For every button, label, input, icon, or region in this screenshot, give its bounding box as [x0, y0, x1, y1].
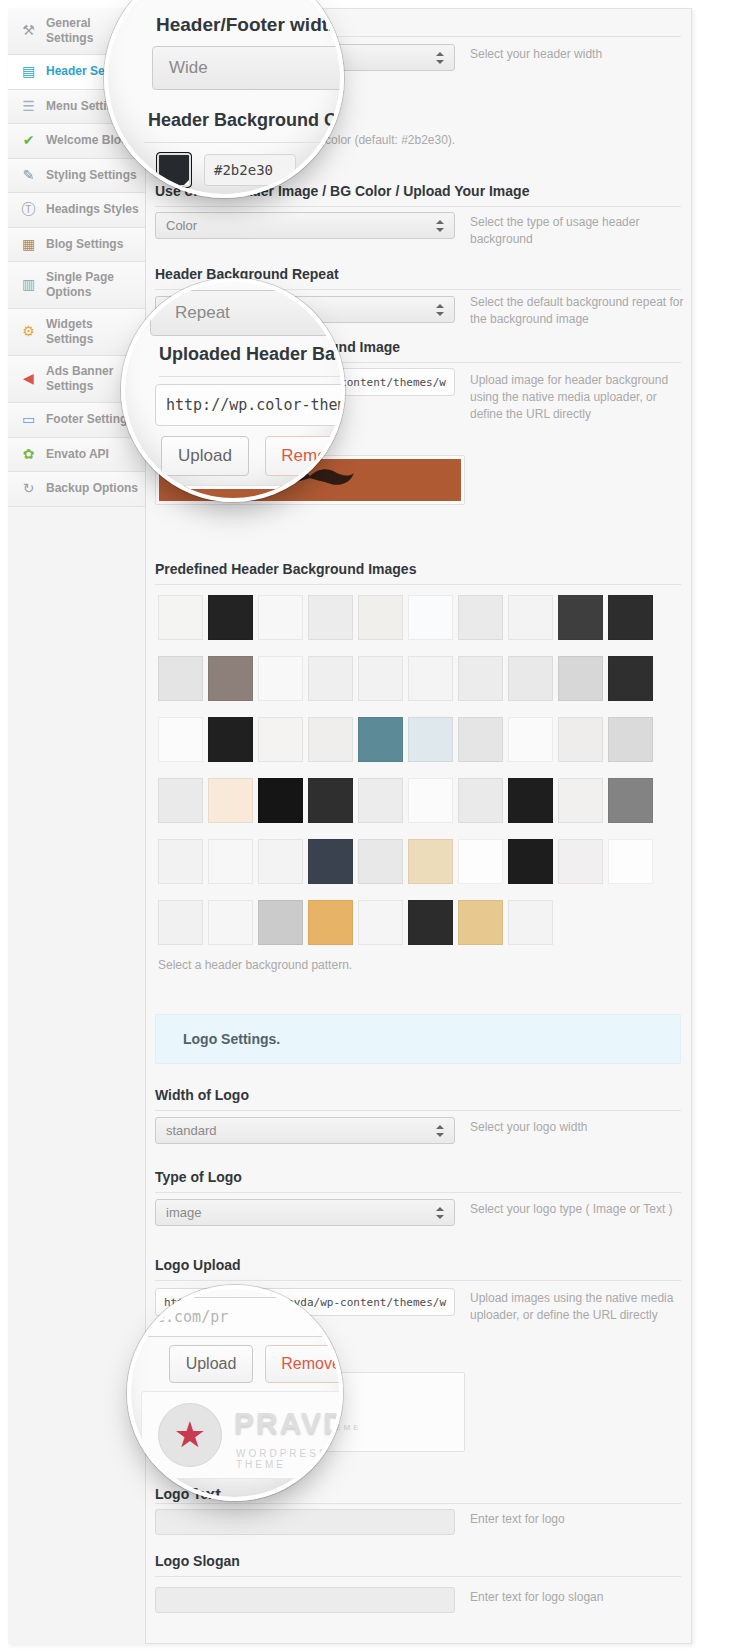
- pattern-cell-26[interactable]: [408, 717, 453, 762]
- pattern-cell-32[interactable]: [208, 778, 253, 823]
- pattern-cell-9[interactable]: [558, 595, 603, 640]
- pattern-cell-12[interactable]: [208, 656, 253, 701]
- pattern-cell-41[interactable]: [158, 839, 203, 884]
- field-title-logo-width: Width of Logo: [155, 1087, 249, 1103]
- restore-icon: ↻: [20, 480, 37, 498]
- field-title-logo-upload: Logo Upload: [155, 1257, 241, 1273]
- theme-options-page: ⚒General Settings▤Header Settings☰Menu S…: [0, 0, 730, 1652]
- pattern-cell-4[interactable]: [308, 595, 353, 640]
- pattern-cell-42[interactable]: [208, 839, 253, 884]
- logo-settings-infobox: Logo Settings.: [155, 1014, 681, 1064]
- sidebar-item-label: Single Page Options: [46, 270, 139, 300]
- pattern-cell-3[interactable]: [258, 595, 303, 640]
- help-logo-slogan: Enter text for logo slogan: [470, 1589, 688, 1606]
- lens-color-value: #2b2e30: [204, 154, 296, 186]
- sidebar-item-single-page-options[interactable]: ▥Single Page Options: [8, 262, 145, 309]
- lens-upload-button: Upload: [161, 436, 249, 476]
- divider: [155, 1192, 681, 1193]
- pattern-cell-47[interactable]: [458, 839, 503, 884]
- pattern-cell-23[interactable]: [258, 717, 303, 762]
- pattern-cell-15[interactable]: [358, 656, 403, 701]
- lens-logo-brand: PRAVDA: [234, 1406, 343, 1440]
- pattern-cell-10[interactable]: [608, 595, 653, 640]
- pattern-cell-36[interactable]: [408, 778, 453, 823]
- pattern-cell-5[interactable]: [358, 595, 403, 640]
- pattern-cell-29[interactable]: [558, 717, 603, 762]
- sidebar-item-label: Widgets Settings: [46, 317, 139, 347]
- field-title-patterns: Predefined Header Background Images: [155, 561, 416, 577]
- pattern-cell-24[interactable]: [308, 717, 353, 762]
- pattern-cell-19[interactable]: [558, 656, 603, 701]
- magnifier-lens-middle: Repeat Uploaded Header Background Image …: [121, 278, 345, 502]
- pattern-cell-28[interactable]: [508, 717, 553, 762]
- pattern-cell-44[interactable]: [308, 839, 353, 884]
- pattern-cell-16[interactable]: [408, 656, 453, 701]
- pattern-cell-14[interactable]: [308, 656, 353, 701]
- pattern-cell-8[interactable]: [508, 595, 553, 640]
- pattern-cell-50[interactable]: [608, 839, 653, 884]
- select-arrows-icon: [436, 1206, 444, 1220]
- pattern-cell-17[interactable]: [458, 656, 503, 701]
- pattern-cell-46[interactable]: [408, 839, 453, 884]
- help-logo-text: Enter text for logo: [470, 1511, 688, 1528]
- sidebar-item-blog-settings[interactable]: ▦Blog Settings: [8, 228, 145, 263]
- pattern-cell-48[interactable]: [508, 839, 553, 884]
- pattern-cell-38[interactable]: [508, 778, 553, 823]
- lens-divider: [144, 142, 344, 143]
- footer-layout-icon: ▭: [20, 411, 37, 429]
- sidebar-item-label: Blog Settings: [46, 237, 123, 252]
- pattern-caption: Select a header background pattern.: [158, 958, 352, 972]
- divider: [155, 206, 681, 207]
- tools-icon: ⚒: [20, 22, 37, 40]
- leaf-icon: ✿: [20, 446, 37, 464]
- menu-list-icon: ☰: [20, 98, 37, 116]
- pattern-cell-56[interactable]: [408, 900, 453, 945]
- select-arrows-icon: [436, 1124, 444, 1138]
- divider: [155, 1576, 681, 1577]
- pattern-cell-49[interactable]: [558, 839, 603, 884]
- lens-repeat-value: Repeat: [175, 303, 230, 322]
- logo-width-select[interactable]: standard: [155, 1117, 455, 1144]
- sidebar-item-styling-settings[interactable]: ✎Styling Settings: [8, 159, 145, 194]
- sidebar-item-label: Backup Options: [46, 481, 138, 496]
- pattern-cell-22[interactable]: [208, 717, 253, 762]
- pattern-cell-6[interactable]: [408, 595, 453, 640]
- lens-header-bg-url: http://wp.color-theme.com/pravda/wp-cont…: [155, 384, 345, 426]
- pattern-cell-45[interactable]: [358, 839, 403, 884]
- sidebar-item-headings-styles[interactable]: ⓉHeadings Styles: [8, 193, 145, 228]
- pattern-cell-34[interactable]: [308, 778, 353, 823]
- pattern-grid: [158, 595, 658, 945]
- lens-title-header-width: Header/Footer width: [156, 14, 340, 36]
- help-header-bg-repeat: Select the default background repeat for…: [470, 294, 688, 328]
- star-icon: ★: [174, 1414, 206, 1456]
- help-logo-width: Select your logo width: [470, 1119, 688, 1136]
- select-arrows-icon: [436, 51, 444, 65]
- pattern-cell-40[interactable]: [608, 778, 653, 823]
- logo-text-input[interactable]: [155, 1509, 455, 1535]
- pattern-cell-11[interactable]: [158, 656, 203, 701]
- paint-icon: ✎: [20, 167, 37, 185]
- pattern-cell-37[interactable]: [458, 778, 503, 823]
- divider: [155, 584, 681, 585]
- pattern-cell-18[interactable]: [508, 656, 553, 701]
- pattern-cell-55[interactable]: [358, 900, 403, 945]
- help-header-width: Select your header width: [470, 46, 688, 63]
- header-bg-type-value: Color: [166, 218, 197, 233]
- clipboard-icon: ▦: [20, 236, 37, 254]
- field-title-logo-slogan: Logo Slogan: [155, 1553, 240, 1569]
- logo-width-value: standard: [166, 1123, 217, 1138]
- lens-header-width-select: Wide: [152, 46, 344, 90]
- document-icon: ▥: [20, 276, 37, 294]
- sidebar-item-backup-options[interactable]: ↻Backup Options: [8, 472, 145, 507]
- sidebar-item-label: Styling Settings: [46, 168, 137, 183]
- header-layout-icon: ▤: [20, 63, 37, 81]
- pattern-cell-57[interactable]: [458, 900, 503, 945]
- pattern-cell-58[interactable]: [508, 900, 553, 945]
- magnifier-lens-bottom: e.com/pr Upload Remove ★ PRAVDA WORDPRES…: [127, 1285, 343, 1501]
- pattern-cell-25[interactable]: [358, 717, 403, 762]
- divider: [155, 1110, 681, 1111]
- pattern-cell-35[interactable]: [358, 778, 403, 823]
- header-bg-type-select[interactable]: Color: [155, 212, 455, 239]
- lens-remove-button: Remove: [265, 1345, 343, 1383]
- pattern-cell-2[interactable]: [208, 595, 253, 640]
- pattern-cell-27[interactable]: [458, 717, 503, 762]
- sidebar-item-label: Footer Settings: [46, 412, 134, 427]
- lens-upload-button: Upload: [169, 1345, 253, 1383]
- help-logo-type: Select your logo type ( Image or Text ): [470, 1201, 688, 1218]
- select-arrows-icon: [436, 303, 444, 317]
- note-check-icon: ✔: [20, 132, 37, 150]
- pattern-cell-31[interactable]: [158, 778, 203, 823]
- divider: [155, 1280, 681, 1281]
- gears-icon: ⚙: [20, 323, 37, 341]
- sidebar-item-envato-api[interactable]: ✿Envato API: [8, 438, 145, 473]
- lens-title-header-bg-color: Header Background Color: [148, 110, 344, 131]
- pattern-cell-33[interactable]: [258, 778, 303, 823]
- sidebar-item-widgets-settings[interactable]: ⚙Widgets Settings: [8, 309, 145, 356]
- infobox-label: Logo Settings.: [183, 1031, 280, 1047]
- logo-slogan-input[interactable]: [155, 1587, 455, 1613]
- pattern-cell-51[interactable]: [158, 900, 203, 945]
- sidebar-item-label: Envato API: [46, 447, 109, 462]
- megaphone-icon: ◀: [20, 370, 37, 388]
- pattern-cell-53[interactable]: [258, 900, 303, 945]
- lens-divider: [159, 376, 345, 377]
- lens-title-header-bg-image: Uploaded Header Background Image: [159, 344, 345, 365]
- pattern-cell-52[interactable]: [208, 900, 253, 945]
- logo-type-value: image: [166, 1205, 201, 1220]
- help-logo-upload: Upload images using the native media upl…: [470, 1290, 688, 1324]
- select-arrows-icon: [436, 219, 444, 233]
- lens-logo-preview: ★ PRAVDA WORDPRESS THEME: [141, 1391, 343, 1479]
- pattern-cell-20[interactable]: [608, 656, 653, 701]
- lens-header-width-value: Wide: [169, 58, 208, 77]
- help-header-bg-type: Select the type of usage header backgrou…: [470, 214, 688, 248]
- logo-type-select[interactable]: image: [155, 1199, 455, 1226]
- sidebar-item-label: Headings Styles: [46, 202, 139, 217]
- divider: [155, 1503, 681, 1504]
- field-title-logo-type: Type of Logo: [155, 1169, 242, 1185]
- pattern-cell-1[interactable]: [158, 595, 203, 640]
- pattern-cell-54[interactable]: [308, 900, 353, 945]
- pattern-cell-43[interactable]: [258, 839, 303, 884]
- pattern-cell-30[interactable]: [608, 717, 653, 762]
- help-header-bg-image: Upload image for header background using…: [470, 372, 688, 422]
- sidebar-nav: ⚒General Settings▤Header Settings☰Menu S…: [8, 8, 146, 1644]
- letter-t-icon: Ⓣ: [20, 201, 37, 219]
- lens-logo-badge: ★: [158, 1403, 222, 1467]
- pattern-cell-39[interactable]: [558, 778, 603, 823]
- pattern-cell-13[interactable]: [258, 656, 303, 701]
- pattern-cell-7[interactable]: [458, 595, 503, 640]
- pattern-cell-21[interactable]: [158, 717, 203, 762]
